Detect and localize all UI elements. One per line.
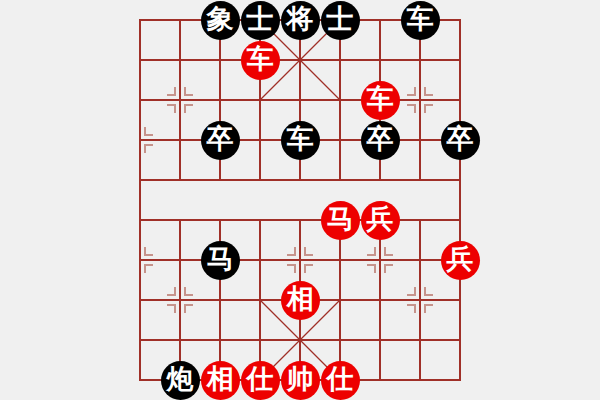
piece-red-advisor[interactable]: 仕: [241, 361, 280, 400]
piece-black-general[interactable]: 将: [281, 1, 320, 40]
piece-black-cannon[interactable]: 炮: [161, 361, 200, 400]
piece-red-chariot[interactable]: 车: [241, 41, 280, 80]
piece-red-elephant[interactable]: 相: [201, 361, 240, 400]
xiangqi-board-screen: 象士将士车车车卒车卒卒马兵马兵相炮相仕帅仕: [0, 0, 600, 400]
piece-black-elephant[interactable]: 象: [201, 1, 240, 40]
piece-red-soldier[interactable]: 兵: [361, 201, 400, 240]
piece-black-horse[interactable]: 马: [201, 241, 240, 280]
piece-black-chariot[interactable]: 车: [281, 121, 320, 160]
board-intersections: 象士将士车车车卒车卒卒马兵马兵相炮相仕帅仕: [120, 0, 480, 400]
piece-black-soldier[interactable]: 卒: [361, 121, 400, 160]
piece-red-chariot[interactable]: 车: [361, 81, 400, 120]
piece-red-general[interactable]: 帅: [281, 361, 320, 400]
piece-black-soldier[interactable]: 卒: [201, 121, 240, 160]
piece-black-advisor[interactable]: 士: [241, 1, 280, 40]
piece-red-advisor[interactable]: 仕: [321, 361, 360, 400]
piece-red-horse[interactable]: 马: [321, 201, 360, 240]
piece-red-soldier[interactable]: 兵: [441, 241, 480, 280]
piece-red-elephant[interactable]: 相: [281, 281, 320, 320]
piece-black-advisor[interactable]: 士: [321, 1, 360, 40]
piece-black-chariot[interactable]: 车: [401, 1, 440, 40]
piece-black-soldier[interactable]: 卒: [441, 121, 480, 160]
